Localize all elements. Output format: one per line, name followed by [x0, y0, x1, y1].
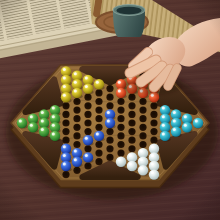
- photo-scene: { "game": "chinese-checkers", "scene": {…: [0, 0, 220, 220]
- vignette-overlay: [0, 0, 220, 220]
- scene-canvas: [0, 0, 220, 220]
